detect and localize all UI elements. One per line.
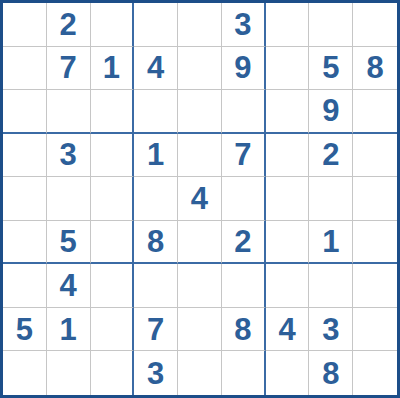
cell-r3c2[interactable] [47,90,91,134]
cell-r2c6[interactable]: 9 [222,47,266,91]
cell-r6c1[interactable] [3,221,47,265]
cell-r7c3[interactable] [91,264,135,308]
cell-r8c4[interactable]: 7 [134,308,178,352]
cell-r4c7[interactable] [266,134,310,178]
cell-r1c4[interactable] [134,3,178,47]
cell-r8c1[interactable]: 5 [3,308,47,352]
cell-r9c1[interactable] [3,351,47,395]
cell-r4c5[interactable] [178,134,222,178]
cell-r3c6[interactable] [222,90,266,134]
cell-r2c3[interactable]: 1 [91,47,135,91]
cell-r7c6[interactable] [222,264,266,308]
cell-r3c9[interactable] [353,90,397,134]
cell-r8c8[interactable]: 3 [309,308,353,352]
cell-r8c3[interactable] [91,308,135,352]
cell-r2c7[interactable] [266,47,310,91]
cell-r9c7[interactable] [266,351,310,395]
cell-r7c7[interactable] [266,264,310,308]
cell-r4c1[interactable] [3,134,47,178]
cell-r2c4[interactable]: 4 [134,47,178,91]
cell-r8c9[interactable] [353,308,397,352]
cell-r4c3[interactable] [91,134,135,178]
cell-r5c5[interactable]: 4 [178,177,222,221]
cell-r9c4[interactable]: 3 [134,351,178,395]
cell-r8c6[interactable]: 8 [222,308,266,352]
cell-r9c6[interactable] [222,351,266,395]
cell-r1c6[interactable]: 3 [222,3,266,47]
cell-r4c8[interactable]: 2 [309,134,353,178]
cell-r4c4[interactable]: 1 [134,134,178,178]
cell-r9c3[interactable] [91,351,135,395]
cell-r5c4[interactable] [134,177,178,221]
cell-r6c2[interactable]: 5 [47,221,91,265]
cell-r9c2[interactable] [47,351,91,395]
cell-r1c8[interactable] [309,3,353,47]
cell-r3c8[interactable]: 9 [309,90,353,134]
cell-r6c7[interactable] [266,221,310,265]
cell-r2c9[interactable]: 8 [353,47,397,91]
cell-r5c2[interactable] [47,177,91,221]
cell-r3c5[interactable] [178,90,222,134]
cell-r3c7[interactable] [266,90,310,134]
cell-r5c3[interactable] [91,177,135,221]
cell-r5c8[interactable] [309,177,353,221]
cell-r7c2[interactable]: 4 [47,264,91,308]
cell-r1c7[interactable] [266,3,310,47]
cell-r5c7[interactable] [266,177,310,221]
cell-r1c9[interactable] [353,3,397,47]
cell-r3c4[interactable] [134,90,178,134]
cell-r9c5[interactable] [178,351,222,395]
cell-r2c8[interactable]: 5 [309,47,353,91]
cell-r4c9[interactable] [353,134,397,178]
cell-r2c1[interactable] [3,47,47,91]
cell-r8c2[interactable]: 1 [47,308,91,352]
cell-r5c1[interactable] [3,177,47,221]
cell-r1c2[interactable]: 2 [47,3,91,47]
cell-r5c6[interactable] [222,177,266,221]
cell-r2c2[interactable]: 7 [47,47,91,91]
cell-r1c3[interactable] [91,3,135,47]
cell-r6c4[interactable]: 8 [134,221,178,265]
cell-r4c6[interactable]: 7 [222,134,266,178]
cell-r2c5[interactable] [178,47,222,91]
cell-r6c9[interactable] [353,221,397,265]
cell-r3c1[interactable] [3,90,47,134]
cell-r9c8[interactable]: 8 [309,351,353,395]
cell-r7c5[interactable] [178,264,222,308]
cell-r7c9[interactable] [353,264,397,308]
cell-r3c3[interactable] [91,90,135,134]
cell-r6c5[interactable] [178,221,222,265]
cell-r8c5[interactable] [178,308,222,352]
cell-r6c8[interactable]: 1 [309,221,353,265]
cell-r5c9[interactable] [353,177,397,221]
cell-r4c2[interactable]: 3 [47,134,91,178]
cell-r7c8[interactable] [309,264,353,308]
cell-r1c1[interactable] [3,3,47,47]
cell-r1c5[interactable] [178,3,222,47]
cell-r6c6[interactable]: 2 [222,221,266,265]
sudoku-board: 237149589317245821451784338 [0,0,400,398]
cell-r9c9[interactable] [353,351,397,395]
cell-r8c7[interactable]: 4 [266,308,310,352]
cell-r7c1[interactable] [3,264,47,308]
cell-r6c3[interactable] [91,221,135,265]
cell-r7c4[interactable] [134,264,178,308]
